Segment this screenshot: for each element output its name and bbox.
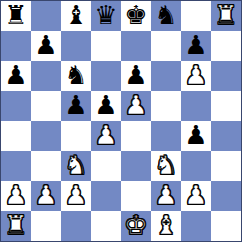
piece-white-pawn[interactable]: ♟ <box>184 182 207 208</box>
square-c5[interactable]: ♟ <box>61 91 91 121</box>
piece-white-bishop[interactable]: ♝ <box>154 212 177 238</box>
piece-white-king[interactable]: ♚ <box>124 212 147 238</box>
piece-black-pawn[interactable]: ♟ <box>34 32 57 58</box>
square-a6[interactable]: ♟ <box>1 61 31 91</box>
square-h1[interactable] <box>211 211 241 241</box>
square-a8[interactable]: ♜ <box>1 1 31 31</box>
piece-black-knight[interactable]: ♞ <box>64 62 87 88</box>
square-c8[interactable]: ♝ <box>61 1 91 31</box>
piece-black-knight[interactable]: ♞ <box>154 2 177 28</box>
square-d2[interactable] <box>91 181 121 211</box>
piece-black-queen[interactable]: ♛ <box>94 2 117 28</box>
square-c4[interactable] <box>61 121 91 151</box>
piece-white-rook[interactable]: ♜ <box>214 2 237 28</box>
square-f4[interactable] <box>151 121 181 151</box>
square-h2[interactable] <box>211 181 241 211</box>
piece-black-pawn[interactable]: ♟ <box>94 92 117 118</box>
square-f5[interactable] <box>151 91 181 121</box>
piece-white-knight[interactable]: ♞ <box>64 152 87 178</box>
square-a5[interactable] <box>1 91 31 121</box>
square-e5[interactable]: ♟ <box>121 91 151 121</box>
square-b1[interactable] <box>31 211 61 241</box>
square-b3[interactable] <box>31 151 61 181</box>
piece-white-pawn[interactable]: ♟ <box>124 92 147 118</box>
chess-board: ♜♝♛♚♞♜♟♟♟♞♟♟♟♟♟♟♟♞♞♟♟♟♟♟♜♚♝ <box>0 0 242 242</box>
piece-white-pawn[interactable]: ♟ <box>34 182 57 208</box>
piece-black-pawn[interactable]: ♟ <box>124 62 147 88</box>
piece-black-pawn[interactable]: ♟ <box>184 32 207 58</box>
piece-black-rook[interactable]: ♜ <box>4 2 27 28</box>
square-a3[interactable] <box>1 151 31 181</box>
square-b7[interactable]: ♟ <box>31 31 61 61</box>
square-h8[interactable]: ♜ <box>211 1 241 31</box>
piece-black-bishop[interactable]: ♝ <box>64 2 87 28</box>
square-d4[interactable]: ♟ <box>91 121 121 151</box>
square-a1[interactable]: ♜ <box>1 211 31 241</box>
square-e7[interactable] <box>121 31 151 61</box>
square-c3[interactable]: ♞ <box>61 151 91 181</box>
square-e6[interactable]: ♟ <box>121 61 151 91</box>
piece-white-pawn[interactable]: ♟ <box>94 122 117 148</box>
square-d7[interactable] <box>91 31 121 61</box>
square-c6[interactable]: ♞ <box>61 61 91 91</box>
square-e3[interactable] <box>121 151 151 181</box>
square-b5[interactable] <box>31 91 61 121</box>
square-b6[interactable] <box>31 61 61 91</box>
square-d1[interactable] <box>91 211 121 241</box>
square-g7[interactable]: ♟ <box>181 31 211 61</box>
square-e8[interactable]: ♚ <box>121 1 151 31</box>
piece-white-pawn[interactable]: ♟ <box>184 62 207 88</box>
piece-white-pawn[interactable]: ♟ <box>64 182 87 208</box>
square-d8[interactable]: ♛ <box>91 1 121 31</box>
square-g3[interactable] <box>181 151 211 181</box>
square-h4[interactable] <box>211 121 241 151</box>
square-g6[interactable]: ♟ <box>181 61 211 91</box>
square-f3[interactable]: ♞ <box>151 151 181 181</box>
square-a7[interactable] <box>1 31 31 61</box>
square-d5[interactable]: ♟ <box>91 91 121 121</box>
square-c2[interactable]: ♟ <box>61 181 91 211</box>
square-g4[interactable]: ♟ <box>181 121 211 151</box>
square-b2[interactable]: ♟ <box>31 181 61 211</box>
square-b8[interactable] <box>31 1 61 31</box>
piece-white-knight[interactable]: ♞ <box>154 152 177 178</box>
square-f7[interactable] <box>151 31 181 61</box>
piece-black-king[interactable]: ♚ <box>124 2 147 28</box>
square-e4[interactable] <box>121 121 151 151</box>
square-d6[interactable] <box>91 61 121 91</box>
piece-black-pawn[interactable]: ♟ <box>4 62 27 88</box>
square-f2[interactable]: ♟ <box>151 181 181 211</box>
chess-board-wrap: ♜♝♛♚♞♜♟♟♟♞♟♟♟♟♟♟♟♞♞♟♟♟♟♟♜♚♝ <box>0 0 242 242</box>
square-c1[interactable] <box>61 211 91 241</box>
square-h6[interactable] <box>211 61 241 91</box>
square-a2[interactable]: ♟ <box>1 181 31 211</box>
square-b4[interactable] <box>31 121 61 151</box>
piece-white-pawn[interactable]: ♟ <box>154 182 177 208</box>
square-h7[interactable] <box>211 31 241 61</box>
square-a4[interactable] <box>1 121 31 151</box>
square-g1[interactable] <box>181 211 211 241</box>
square-g2[interactable]: ♟ <box>181 181 211 211</box>
square-g5[interactable] <box>181 91 211 121</box>
square-f8[interactable]: ♞ <box>151 1 181 31</box>
square-f6[interactable] <box>151 61 181 91</box>
piece-black-pawn[interactable]: ♟ <box>184 122 207 148</box>
square-d3[interactable] <box>91 151 121 181</box>
square-e2[interactable] <box>121 181 151 211</box>
square-h3[interactable] <box>211 151 241 181</box>
piece-white-rook[interactable]: ♜ <box>4 212 27 238</box>
piece-white-pawn[interactable]: ♟ <box>4 182 27 208</box>
piece-black-pawn[interactable]: ♟ <box>64 92 87 118</box>
square-g8[interactable] <box>181 1 211 31</box>
square-e1[interactable]: ♚ <box>121 211 151 241</box>
square-h5[interactable] <box>211 91 241 121</box>
square-f1[interactable]: ♝ <box>151 211 181 241</box>
square-c7[interactable] <box>61 31 91 61</box>
